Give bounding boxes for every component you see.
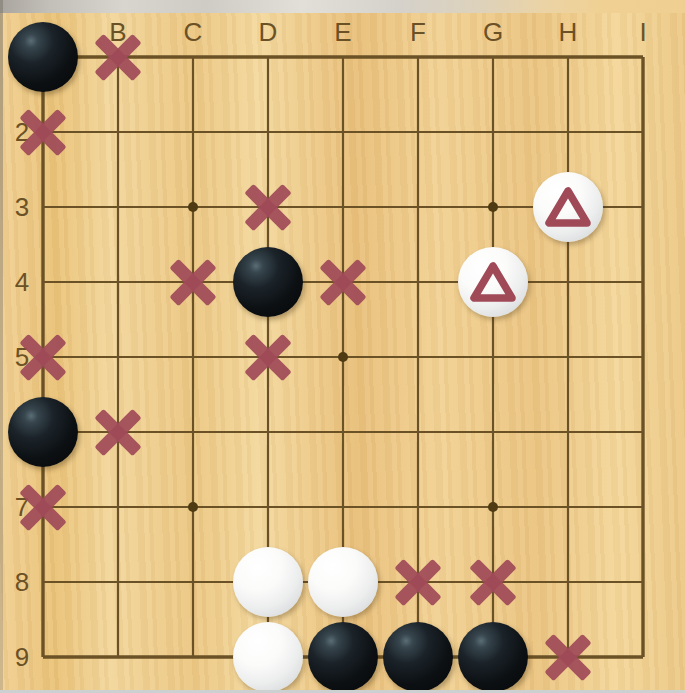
black-stone (458, 622, 528, 692)
x-mark (16, 105, 70, 159)
x-mark (16, 330, 70, 384)
black-stone (383, 622, 453, 692)
white-stone (308, 547, 378, 617)
x-mark (166, 255, 220, 309)
white-stone (533, 172, 603, 242)
black-stone (308, 622, 378, 692)
go-board[interactable] (6, 20, 681, 693)
x-mark (241, 330, 295, 384)
white-stone (458, 247, 528, 317)
x-mark (91, 30, 145, 84)
black-stone (8, 22, 78, 92)
triangle-mark-icon (470, 261, 516, 303)
go-board-photo: BCDEFGHI2345789 (0, 0, 685, 693)
star-point (488, 202, 498, 212)
triangle-mark-icon (545, 186, 591, 228)
left-edge-shade (0, 0, 3, 693)
x-mark (316, 255, 370, 309)
star-point (488, 502, 498, 512)
black-stone (8, 397, 78, 467)
x-mark (391, 555, 445, 609)
x-mark (241, 180, 295, 234)
star-point (338, 352, 348, 362)
x-mark (466, 555, 520, 609)
black-stone (233, 247, 303, 317)
x-mark (541, 630, 595, 684)
star-point (188, 502, 198, 512)
white-stone (233, 547, 303, 617)
x-mark (91, 405, 145, 459)
star-point (188, 202, 198, 212)
top-blur-strip (0, 0, 685, 13)
x-mark (16, 480, 70, 534)
white-stone (233, 622, 303, 692)
